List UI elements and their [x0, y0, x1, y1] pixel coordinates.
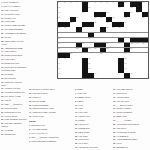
grid-cell[interactable]: 40	[94, 33, 100, 38]
clue-number: 4.	[29, 136, 31, 138]
grid-cell[interactable]	[142, 58, 148, 63]
grid-cell[interactable]: 24	[100, 17, 106, 22]
cell-number: 51	[58, 48, 60, 50]
grid-cell[interactable]: 35	[106, 27, 112, 32]
grid-cell[interactable]	[142, 53, 148, 58]
clue-number: 26.	[75, 135, 78, 137]
cell-number: 44	[58, 43, 60, 45]
clue-number: 56.	[1, 111, 4, 113]
grid-cell[interactable]: 45	[82, 43, 88, 48]
grid-cell[interactable]	[130, 63, 136, 68]
grid-cell[interactable]: 68	[88, 68, 94, 73]
grid-cell[interactable]	[130, 33, 136, 38]
grid-cell[interactable]	[142, 73, 148, 78]
grid-cell[interactable]	[70, 58, 76, 63]
grid-cell[interactable]: 36	[112, 27, 118, 32]
grid-cell[interactable]	[100, 73, 106, 78]
clue-number: 3.	[29, 132, 31, 134]
grid-cell[interactable]: 58	[100, 53, 106, 58]
clue-item: 62. Venerable organist's cigarette	[1, 122, 27, 128]
grid-cell[interactable]: 72	[130, 73, 136, 78]
cell-number: 35	[106, 27, 108, 29]
clue-item: 69. Islands beginning?	[29, 104, 71, 107]
clue-item: 45. Teacher's red card	[1, 87, 27, 90]
clue-number: 41.	[113, 111, 116, 113]
clue-item: 10. Exist	[75, 104, 109, 107]
grid-cell[interactable]	[94, 53, 100, 58]
clue-number: 46.	[1, 91, 4, 93]
cell-number: 25	[112, 17, 114, 19]
clue-item: 15. Tropical fruit	[75, 115, 109, 118]
grid-cell[interactable]: 22	[76, 17, 82, 22]
grid-cell[interactable]	[136, 33, 142, 38]
clue-number: 39.	[113, 107, 116, 109]
grid-cell[interactable]: 10	[124, 2, 130, 7]
grid-cell[interactable]: 9	[112, 2, 118, 7]
clue-number: 33.	[113, 92, 116, 94]
cell-number: 24	[100, 17, 102, 19]
grid-cell[interactable]	[82, 33, 88, 38]
grid-cell[interactable]	[76, 68, 82, 73]
grid-cell[interactable]: 18	[106, 12, 112, 17]
grid-cell[interactable]	[106, 73, 112, 78]
cell-number: 68	[88, 68, 90, 70]
cell-number: 29	[94, 22, 96, 24]
grid-cell[interactable]	[70, 63, 76, 68]
clue-number: 24.	[75, 131, 78, 133]
clue-number: 58.	[113, 142, 116, 144]
cell-number: 14	[119, 7, 121, 9]
grid-cell[interactable]: 6	[94, 2, 100, 7]
clue-number: 9.	[75, 100, 77, 102]
grid-cell[interactable]: 50	[142, 43, 148, 48]
clue-number: 20.	[75, 123, 78, 125]
clue-number: 50.	[113, 131, 116, 133]
cell-number: 72	[131, 73, 133, 75]
clue-item: 13. Overstuffed chair	[1, 13, 27, 16]
clue-number: 36.	[113, 100, 116, 102]
clue-item: 53. Eggs ___ (Benedict)	[1, 103, 27, 106]
grid-cell[interactable]	[106, 58, 112, 63]
clue-item: 44. Known for 'Dracula' lines?	[1, 81, 27, 87]
grid-cell[interactable]	[100, 7, 106, 12]
clue-item: 67. Wish well	[29, 96, 71, 99]
grid-cell[interactable]	[76, 22, 82, 27]
grid-cell[interactable]: 2	[64, 2, 70, 7]
cell-number: 30	[106, 22, 108, 24]
grid-cell[interactable]	[70, 7, 76, 12]
grid-cell[interactable]	[124, 27, 130, 32]
clue-item: 48. Accordion's awkwardness	[113, 123, 149, 126]
grid-cell[interactable]: 31	[124, 22, 130, 27]
clue-item: 51. Cast off	[1, 99, 27, 102]
clue-number: 17.	[75, 119, 78, 121]
clue-item: 29. Ambassadorial home	[1, 47, 27, 50]
cell-number: 21	[58, 17, 60, 19]
clue-item: 70. Punctuation palate twins	[29, 107, 71, 110]
grid-cell[interactable]	[112, 63, 118, 68]
clue-number: 7.	[75, 92, 77, 94]
clue-number: 13.	[1, 13, 4, 15]
clue-number: 62.	[1, 122, 4, 124]
clue-number: 32.	[1, 54, 4, 56]
clue-number: 5.	[1, 5, 3, 7]
grid-cell[interactable]: 43	[88, 38, 94, 43]
grid-cell[interactable]	[130, 27, 136, 32]
clue-item: 22. Astronomer's sky marker	[1, 32, 27, 35]
grid-cell[interactable]	[64, 12, 70, 17]
grid-cell[interactable]	[64, 7, 70, 12]
clue-number: 28.	[1, 40, 4, 42]
clue-number: 44.	[1, 81, 4, 83]
grid-cell[interactable]: 11	[142, 2, 148, 7]
grid-cell[interactable]: 37	[118, 27, 124, 32]
grid-cell[interactable]	[124, 7, 130, 12]
cell-number: 6	[94, 2, 95, 4]
grid-cell[interactable]	[64, 63, 70, 68]
cell-number: 71	[94, 73, 96, 75]
grid-cell[interactable]	[142, 7, 148, 12]
grid-cell[interactable]: 70	[58, 73, 64, 78]
grid-cell[interactable]	[136, 68, 142, 73]
grid-cell[interactable]: 33	[64, 27, 70, 32]
grid-cell[interactable]	[76, 73, 82, 78]
clue-item: 30. Chesapeake waterway	[75, 146, 109, 149]
clue-number: 6.	[75, 88, 77, 90]
black-cell	[100, 43, 106, 48]
cell-number: 33	[64, 27, 66, 29]
grid-cell[interactable]	[118, 17, 124, 22]
grid-cell[interactable]	[88, 12, 94, 17]
black-cell	[88, 73, 94, 78]
clue-number: 15.	[75, 115, 78, 117]
grid-cell[interactable]	[136, 27, 142, 32]
clue-item: 6. Mimic	[75, 88, 109, 91]
cell-number: 41	[100, 32, 102, 34]
grid-cell[interactable]	[88, 27, 94, 32]
grid-cell[interactable]: 47	[118, 43, 124, 48]
cell-number: 9	[112, 2, 113, 4]
grid-cell[interactable]	[94, 7, 100, 12]
clue-number: 54.	[113, 138, 116, 140]
grid-cell[interactable]	[76, 58, 82, 63]
clue-number: 2.	[29, 128, 31, 130]
down-heading: Down	[29, 120, 71, 124]
clue-item: 35. Round-trip result	[1, 62, 27, 65]
grid-cell[interactable]: 57	[70, 53, 76, 58]
grid-cell[interactable]	[76, 38, 82, 43]
clue-number: 40.	[1, 73, 4, 75]
clue-item: 26. Tiny drink	[75, 135, 109, 138]
cell-number: 62	[88, 58, 90, 60]
grid-cell[interactable]	[118, 53, 124, 58]
clue-item: 48. Oily broiler fitting	[1, 95, 27, 98]
grid-cell[interactable]: 39	[76, 33, 82, 38]
grid-cell[interactable]	[130, 17, 136, 22]
grid-cell[interactable]: 27	[142, 17, 148, 22]
grid-cell[interactable]	[118, 48, 124, 53]
cell-number: 1	[58, 2, 59, 4]
cell-number: 54	[94, 48, 96, 50]
grid-cell[interactable]	[112, 7, 118, 12]
grid-cell[interactable]	[112, 68, 118, 73]
grid-cell[interactable]	[136, 73, 142, 78]
grid-cell[interactable]	[130, 58, 136, 63]
clue-item: 66. Fuss and feathers	[29, 92, 71, 95]
clue-item: 32. Doubled down notes	[1, 54, 27, 57]
grid-cell[interactable]	[136, 22, 142, 27]
grid-cell[interactable]	[64, 38, 70, 43]
clue-number: 70.	[29, 107, 32, 109]
grid-cell[interactable]	[70, 38, 76, 43]
grid-cell[interactable]	[100, 68, 106, 73]
grid-cell[interactable]: 53	[88, 48, 94, 53]
clue-item: 63. Evensong	[1, 129, 27, 132]
grid-cell[interactable]	[136, 63, 142, 68]
grid-cell[interactable]	[70, 27, 76, 32]
cell-number: 18	[106, 12, 108, 14]
grid-cell[interactable]: 13	[88, 7, 94, 12]
grid-cell[interactable]	[142, 27, 148, 32]
clue-number: 11.	[75, 107, 78, 109]
clue-item: 19. Nursery rhyme porridge	[1, 24, 27, 27]
grid-cell[interactable]: 71	[94, 73, 100, 78]
grid-cell[interactable]: 54	[94, 48, 100, 53]
black-cell	[118, 68, 124, 73]
clue-number: 64.	[1, 133, 4, 135]
grid-cell[interactable]	[94, 63, 100, 68]
grid-cell[interactable]	[130, 53, 136, 58]
cell-number: 17	[82, 12, 84, 14]
clue-item: 59. Morning dew	[113, 146, 149, 149]
clue-number: 72.	[29, 115, 32, 117]
grid-cell[interactable]	[64, 48, 70, 53]
grid-cell[interactable]: 52	[76, 48, 82, 53]
clue-item: 50. If cardialane or Milan	[113, 131, 149, 134]
cell-number: 48	[131, 43, 133, 45]
grid-cell[interactable]: 19	[130, 12, 136, 17]
cell-number: 52	[76, 48, 78, 50]
grid-cell[interactable]: 55	[106, 48, 112, 53]
grid-cell[interactable]	[82, 17, 88, 22]
grid-cell[interactable]	[76, 7, 82, 12]
grid-cell[interactable]	[106, 53, 112, 58]
clue-number: 55.	[1, 107, 4, 109]
cell-number: 42	[58, 38, 60, 40]
clue-number: 38.	[1, 66, 4, 68]
cell-number: 47	[119, 43, 121, 45]
grid-cell[interactable]	[136, 53, 142, 58]
grid-cell[interactable]	[64, 43, 70, 48]
clue-item: 36. Like low tides	[113, 100, 149, 103]
clue-item: 37. ___ mode (2 wds.)	[113, 104, 149, 107]
clue-item: 31. Fancy dessert	[1, 50, 27, 53]
grid-cell[interactable]	[142, 63, 148, 68]
clue-number: 71.	[29, 111, 32, 113]
grid-cell[interactable]	[112, 38, 118, 43]
grid-cell[interactable]	[100, 38, 106, 43]
cell-number: 40	[94, 32, 96, 34]
cell-number: 19	[131, 12, 133, 14]
grid-cell[interactable]	[124, 38, 130, 43]
black-cell	[82, 2, 88, 7]
grid-cell[interactable]	[136, 48, 142, 53]
clue-number: 47.	[113, 119, 116, 121]
cell-number: 67	[58, 68, 60, 70]
clue-number: 10.	[75, 104, 78, 106]
grid-cell[interactable]	[64, 33, 70, 38]
grid-cell[interactable]: 4	[76, 2, 82, 7]
clue-item: 14. Circle part	[75, 111, 109, 114]
grid-cell[interactable]: 49	[136, 43, 142, 48]
grid-cell[interactable]	[142, 22, 148, 27]
clue-number: 1.	[1, 1, 3, 3]
clue-item: 28. Not closed	[75, 142, 109, 145]
grid-cell[interactable]	[70, 43, 76, 48]
bottom-clue-column-3: 32. Like some pastries33. Wool givers34.…	[113, 88, 149, 149]
grid-cell[interactable]	[118, 73, 124, 78]
black-cell	[82, 58, 88, 63]
clue-item: 71. Vanderbilt's angel, perhaps	[29, 111, 71, 114]
grid-cell[interactable]	[118, 12, 124, 17]
clue-number: 49.	[113, 127, 116, 129]
cell-number: 31	[125, 22, 127, 24]
grid-cell[interactable]	[64, 68, 70, 73]
grid-cell[interactable]: 21	[58, 17, 64, 22]
grid-cell[interactable]: 8	[106, 2, 112, 7]
cell-number: 56	[131, 48, 133, 50]
clue-number: 25.	[1, 36, 4, 38]
grid-cell[interactable]	[70, 73, 76, 78]
grid-cell[interactable]	[82, 53, 88, 58]
grid-cell[interactable]	[106, 33, 112, 38]
cell-number: 34	[82, 27, 84, 29]
black-cell	[124, 73, 130, 78]
cell-number: 3	[70, 2, 71, 4]
grid-cell[interactable]	[142, 68, 148, 73]
grid-cell[interactable]	[112, 73, 118, 78]
grid-cell[interactable]: 61	[64, 58, 70, 63]
cell-number: 70	[58, 73, 60, 75]
clue-item: 43. Maple fluid	[113, 115, 149, 118]
grid-cell[interactable]	[112, 53, 118, 58]
grid-cell[interactable]	[142, 33, 148, 38]
grid-cell[interactable]	[70, 12, 76, 17]
clue-number: 14.	[75, 111, 78, 113]
clue-number: 51.	[1, 99, 4, 101]
across-clues-left-column: 1. Sal of old movies5. Why-fi XL sampler…	[1, 1, 27, 149]
grid-cell[interactable]	[76, 53, 82, 58]
clue-item: 4. 'Bad ___' (Michael Jackson hit)	[29, 136, 71, 139]
clue-item: 60. Long fish made with oats	[1, 118, 27, 121]
grid-cell[interactable]	[70, 33, 76, 38]
clue-item: 39. Subway scandal?	[113, 107, 149, 110]
grid-cell[interactable]	[100, 22, 106, 27]
grid-cell[interactable]	[88, 17, 94, 22]
cell-number: 13	[88, 7, 90, 9]
grid-cell[interactable]	[106, 68, 112, 73]
grid-cell[interactable]	[100, 63, 106, 68]
bottom-clue-column-2: 6. Mimic7. Large vase8. Summer cooler9. …	[75, 88, 109, 149]
grid-cell[interactable]	[130, 22, 136, 27]
grid-cell[interactable]: 14	[118, 7, 124, 12]
grid-cell[interactable]	[100, 58, 106, 63]
cell-number: 57	[70, 53, 72, 55]
clue-item: 65. Inventive with fine cheek	[29, 88, 71, 91]
grid-cell[interactable]	[70, 68, 76, 73]
grid-cell[interactable]	[64, 73, 70, 78]
grid-cell[interactable]: 7	[100, 2, 106, 7]
cell-number: 50	[143, 43, 145, 45]
clue-item: 47. '___ ___ a drink?'	[113, 119, 149, 122]
clue-number: 53.	[1, 103, 4, 105]
cell-number: 11	[143, 2, 145, 4]
clue-number: 65.	[29, 88, 32, 90]
grid-cell[interactable]: 3	[70, 2, 76, 7]
grid-cell[interactable]	[118, 33, 124, 38]
cell-number: 58	[100, 53, 102, 55]
clue-item: 33. Wool givers	[113, 92, 149, 95]
clue-number: 18.	[1, 20, 4, 22]
black-cell	[124, 43, 130, 48]
clue-number: 48.	[1, 95, 4, 97]
clue-number: 35.	[1, 62, 4, 64]
grid-cell[interactable]: 34	[82, 27, 88, 32]
grid-cell[interactable]	[142, 48, 148, 53]
black-cell	[82, 68, 88, 73]
clue-item: 64. Business suit	[1, 133, 27, 136]
clue-item: 46. Floating zoological ark	[1, 91, 27, 94]
cell-number: 60	[58, 58, 60, 60]
grid-cell[interactable]	[112, 48, 118, 53]
grid-cell[interactable]: 56	[130, 48, 136, 53]
grid-cell[interactable]	[76, 63, 82, 68]
grid-cell[interactable]	[112, 58, 118, 63]
grid-cell[interactable]	[124, 33, 130, 38]
grid-cell[interactable]: 20	[136, 12, 142, 17]
clue-number: 22.	[1, 32, 4, 34]
clue-item: 20. Chess piece	[75, 123, 109, 126]
cell-number: 46	[106, 43, 108, 45]
cell-number: 59	[125, 53, 127, 55]
grid-cell[interactable]	[94, 58, 100, 63]
cell-number: 49	[137, 43, 139, 45]
grid-cell[interactable]: 41	[100, 33, 106, 38]
grid-cell[interactable]	[112, 43, 118, 48]
cell-number: 7	[100, 2, 101, 4]
clue-number: 8.	[75, 96, 77, 98]
clue-number: 23.	[75, 127, 78, 129]
grid-cell[interactable]	[112, 33, 118, 38]
clue-number: 32.	[113, 88, 116, 90]
grid-cell[interactable]: 29	[94, 22, 100, 27]
grid-cell[interactable]	[136, 17, 142, 22]
grid-cell[interactable]: 69	[124, 68, 130, 73]
cell-number: 15	[131, 7, 133, 9]
grid-cell[interactable]	[64, 17, 70, 22]
grid-cell[interactable]	[106, 63, 112, 68]
cell-number: 37	[119, 27, 121, 29]
clue-item: 1. Sal of old movies	[1, 1, 27, 4]
grid-cell[interactable]: 25	[112, 17, 118, 22]
clue-number: 59.	[113, 146, 116, 148]
black-cell	[82, 63, 88, 68]
grid-cell[interactable]: 51	[58, 48, 64, 53]
grid-cell[interactable]	[94, 38, 100, 43]
grid-cell[interactable]: 17	[82, 12, 88, 17]
grid-cell[interactable]: 28	[70, 22, 76, 27]
grid-cell[interactable]	[136, 58, 142, 63]
